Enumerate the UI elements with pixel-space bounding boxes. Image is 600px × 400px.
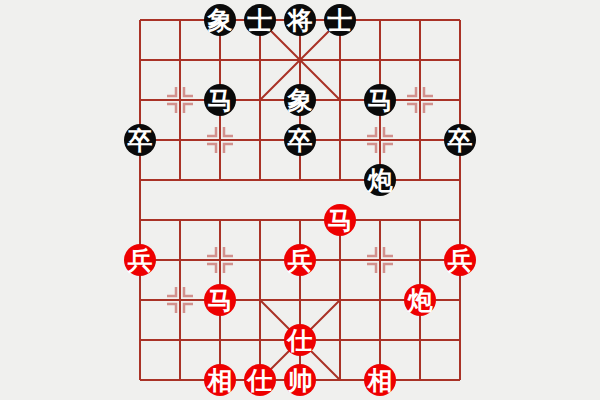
piece-black-horse[interactable]: 马 [200, 80, 240, 120]
piece-red-advisor[interactable]: 仕 [240, 360, 280, 400]
xiangqi-board: 象士将士马象马卒卒卒炮马兵兵兵马炮仕相仕帅相 [0, 0, 600, 400]
piece-red-soldier[interactable]: 兵 [120, 240, 160, 280]
piece-black-cannon[interactable]: 炮 [360, 160, 400, 200]
piece-red-elephant[interactable]: 相 [200, 360, 240, 400]
piece-red-general[interactable]: 帅 [280, 360, 320, 400]
piece-glyph: 卒 [444, 124, 476, 156]
piece-glyph: 士 [324, 4, 356, 36]
piece-red-advisor[interactable]: 仕 [280, 320, 320, 360]
piece-glyph: 帅 [284, 364, 316, 396]
piece-glyph: 炮 [404, 284, 436, 316]
piece-glyph: 士 [244, 4, 276, 36]
piece-red-cannon[interactable]: 炮 [400, 280, 440, 320]
piece-black-soldier[interactable]: 卒 [440, 120, 480, 160]
piece-black-horse[interactable]: 马 [360, 80, 400, 120]
piece-glyph: 相 [204, 364, 236, 396]
piece-glyph: 象 [204, 4, 236, 36]
piece-glyph: 炮 [364, 164, 396, 196]
piece-black-elephant[interactable]: 象 [200, 0, 240, 40]
piece-glyph: 兵 [124, 244, 156, 276]
piece-glyph: 相 [364, 364, 396, 396]
piece-red-soldier[interactable]: 兵 [280, 240, 320, 280]
piece-glyph: 象 [284, 84, 316, 116]
piece-black-general[interactable]: 将 [280, 0, 320, 40]
piece-red-soldier[interactable]: 兵 [440, 240, 480, 280]
piece-glyph: 兵 [444, 244, 476, 276]
piece-glyph: 将 [284, 4, 316, 36]
piece-glyph: 马 [204, 284, 236, 316]
piece-glyph: 仕 [284, 324, 316, 356]
piece-black-advisor[interactable]: 士 [320, 0, 360, 40]
piece-glyph: 卒 [124, 124, 156, 156]
piece-glyph: 马 [204, 84, 236, 116]
piece-glyph: 仕 [244, 364, 276, 396]
piece-red-elephant[interactable]: 相 [360, 360, 400, 400]
piece-glyph: 马 [324, 204, 356, 236]
piece-red-horse[interactable]: 马 [200, 280, 240, 320]
piece-black-soldier[interactable]: 卒 [120, 120, 160, 160]
piece-black-elephant[interactable]: 象 [280, 80, 320, 120]
piece-glyph: 兵 [284, 244, 316, 276]
pieces-grid: 象士将士马象马卒卒卒炮马兵兵兵马炮仕相仕帅相 [120, 0, 480, 400]
piece-red-horse[interactable]: 马 [320, 200, 360, 240]
piece-black-advisor[interactable]: 士 [240, 0, 280, 40]
piece-black-soldier[interactable]: 卒 [280, 120, 320, 160]
piece-glyph: 卒 [284, 124, 316, 156]
piece-glyph: 马 [364, 84, 396, 116]
